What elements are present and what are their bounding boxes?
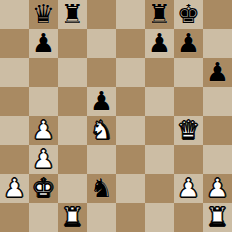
piece-black-queen[interactable]: ♛ xyxy=(32,0,55,29)
piece-white-rook[interactable]: ♜ xyxy=(61,203,84,232)
chess-board: ♛♜♜♚♟♟♟♟♟♟♞♛♟♟♚♞♟♟♜♜ xyxy=(0,0,232,232)
square-h1[interactable]: ♜ xyxy=(203,203,232,232)
square-a4[interactable] xyxy=(0,116,29,145)
square-g8[interactable]: ♚ xyxy=(174,0,203,29)
piece-white-king[interactable]: ♚ xyxy=(32,174,55,203)
piece-white-pawn[interactable]: ♟ xyxy=(32,116,55,145)
piece-black-pawn[interactable]: ♟ xyxy=(177,29,200,58)
square-f1[interactable] xyxy=(145,203,174,232)
piece-black-pawn[interactable]: ♟ xyxy=(148,29,171,58)
piece-black-pawn[interactable]: ♟ xyxy=(206,58,229,87)
square-g3[interactable] xyxy=(174,145,203,174)
square-d2[interactable]: ♞ xyxy=(87,174,116,203)
square-d5[interactable]: ♟ xyxy=(87,87,116,116)
square-e4[interactable] xyxy=(116,116,145,145)
square-h7[interactable] xyxy=(203,29,232,58)
piece-white-rook[interactable]: ♜ xyxy=(206,203,229,232)
square-g6[interactable] xyxy=(174,58,203,87)
piece-white-knight[interactable]: ♞ xyxy=(90,116,113,145)
square-d1[interactable] xyxy=(87,203,116,232)
square-g7[interactable]: ♟ xyxy=(174,29,203,58)
square-e8[interactable] xyxy=(116,0,145,29)
square-b6[interactable] xyxy=(29,58,58,87)
square-b5[interactable] xyxy=(29,87,58,116)
square-g1[interactable] xyxy=(174,203,203,232)
square-b7[interactable]: ♟ xyxy=(29,29,58,58)
square-b1[interactable] xyxy=(29,203,58,232)
square-c8[interactable]: ♜ xyxy=(58,0,87,29)
square-f6[interactable] xyxy=(145,58,174,87)
piece-black-pawn[interactable]: ♟ xyxy=(32,29,55,58)
square-f2[interactable] xyxy=(145,174,174,203)
square-g5[interactable] xyxy=(174,87,203,116)
square-c1[interactable]: ♜ xyxy=(58,203,87,232)
square-d6[interactable] xyxy=(87,58,116,87)
square-f3[interactable] xyxy=(145,145,174,174)
piece-white-pawn[interactable]: ♟ xyxy=(32,145,55,174)
square-b4[interactable]: ♟ xyxy=(29,116,58,145)
square-a3[interactable] xyxy=(0,145,29,174)
square-d3[interactable] xyxy=(87,145,116,174)
square-e3[interactable] xyxy=(116,145,145,174)
square-h5[interactable] xyxy=(203,87,232,116)
square-g4[interactable]: ♛ xyxy=(174,116,203,145)
piece-white-pawn[interactable]: ♟ xyxy=(3,174,26,203)
square-d8[interactable] xyxy=(87,0,116,29)
square-d4[interactable]: ♞ xyxy=(87,116,116,145)
square-a1[interactable] xyxy=(0,203,29,232)
square-h3[interactable] xyxy=(203,145,232,174)
square-e5[interactable] xyxy=(116,87,145,116)
square-h6[interactable]: ♟ xyxy=(203,58,232,87)
piece-black-rook[interactable]: ♜ xyxy=(148,0,171,29)
square-h2[interactable]: ♟ xyxy=(203,174,232,203)
square-f4[interactable] xyxy=(145,116,174,145)
square-a7[interactable] xyxy=(0,29,29,58)
square-c3[interactable] xyxy=(58,145,87,174)
piece-white-pawn[interactable]: ♟ xyxy=(177,174,200,203)
square-b2[interactable]: ♚ xyxy=(29,174,58,203)
piece-black-king[interactable]: ♚ xyxy=(177,0,200,29)
square-c5[interactable] xyxy=(58,87,87,116)
piece-black-rook[interactable]: ♜ xyxy=(61,0,84,29)
square-g2[interactable]: ♟ xyxy=(174,174,203,203)
square-c7[interactable] xyxy=(58,29,87,58)
square-h4[interactable] xyxy=(203,116,232,145)
square-e1[interactable] xyxy=(116,203,145,232)
square-a6[interactable] xyxy=(0,58,29,87)
square-f8[interactable]: ♜ xyxy=(145,0,174,29)
square-f7[interactable]: ♟ xyxy=(145,29,174,58)
square-e2[interactable] xyxy=(116,174,145,203)
piece-white-queen[interactable]: ♛ xyxy=(177,116,200,145)
square-c2[interactable] xyxy=(58,174,87,203)
square-c6[interactable] xyxy=(58,58,87,87)
piece-white-pawn[interactable]: ♟ xyxy=(206,174,229,203)
square-f5[interactable] xyxy=(145,87,174,116)
square-e7[interactable] xyxy=(116,29,145,58)
square-a2[interactable]: ♟ xyxy=(0,174,29,203)
square-d7[interactable] xyxy=(87,29,116,58)
piece-black-pawn[interactable]: ♟ xyxy=(90,87,113,116)
square-a8[interactable] xyxy=(0,0,29,29)
square-a5[interactable] xyxy=(0,87,29,116)
square-b8[interactable]: ♛ xyxy=(29,0,58,29)
square-b3[interactable]: ♟ xyxy=(29,145,58,174)
piece-black-knight[interactable]: ♞ xyxy=(90,174,113,203)
square-h8[interactable] xyxy=(203,0,232,29)
square-c4[interactable] xyxy=(58,116,87,145)
square-e6[interactable] xyxy=(116,58,145,87)
